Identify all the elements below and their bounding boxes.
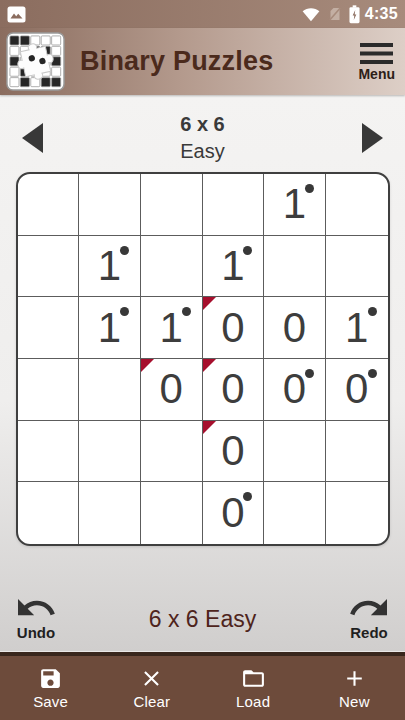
cell-r5c3[interactable] [141,421,203,483]
cell-r1c2[interactable] [79,174,141,236]
error-corner-icon [203,421,216,434]
cell-r4c3[interactable]: 0 [141,359,203,421]
menu-button[interactable]: Menu [354,40,399,84]
next-puzzle-arrow-icon[interactable] [362,123,383,153]
given-dot-icon [243,246,252,255]
cell-r6c6[interactable] [326,482,388,544]
cell-r1c3[interactable] [141,174,203,236]
cell-r3c3[interactable]: 1 [141,297,203,359]
app-window: 4:35 Binary Puzzles Menu [0,0,405,720]
cell-r5c6[interactable] [326,421,388,483]
cell-r5c1[interactable] [18,421,80,483]
save-icon [38,666,63,691]
save-label: Save [33,693,68,710]
cell-r6c2[interactable] [79,482,141,544]
current-puzzle-label: 6 x 6 Easy [67,606,338,641]
cell-digit: 0 [283,307,306,349]
clear-icon [139,666,164,691]
load-button[interactable]: Load [203,656,304,720]
cell-r1c6[interactable] [326,174,388,236]
redo-button[interactable]: Redo [338,590,400,641]
undo-redo-row: Undo 6 x 6 Easy Redo [0,590,405,651]
cell-r2c2[interactable]: 1 [79,236,141,298]
picture-icon [7,6,26,23]
cell-r5c2[interactable] [79,421,141,483]
cell-digit: 0 [221,307,244,349]
main-area: 6 x 6 Easy 11111001000000 Undo 6 x 6 Eas… [0,95,405,651]
cell-digit: 0 [221,368,244,410]
error-corner-icon [203,359,216,372]
cell-r2c1[interactable] [18,236,80,298]
given-dot-icon [368,307,377,316]
cell-r4c6[interactable]: 0 [326,359,388,421]
cell-digit: 1 [345,307,368,349]
cell-r5c5[interactable] [264,421,326,483]
cell-r1c5[interactable]: 1 [264,174,326,236]
given-dot-icon [243,492,252,501]
error-corner-icon [203,297,216,310]
cell-digit: 0 [221,492,244,534]
error-corner-icon [141,359,154,372]
menu-label: Menu [358,66,395,82]
new-icon [342,666,367,691]
cell-r2c5[interactable] [264,236,326,298]
bottom-toolbar: Save Clear Load New [0,656,405,720]
page-title: Binary Puzzles [80,46,273,77]
cell-r4c5[interactable]: 0 [264,359,326,421]
cell-r6c5[interactable] [264,482,326,544]
cell-r2c3[interactable] [141,236,203,298]
load-label: Load [236,693,270,710]
cell-r2c6[interactable] [326,236,388,298]
load-icon [241,666,266,691]
cell-r3c5[interactable]: 0 [264,297,326,359]
battery-charging-icon [349,5,360,24]
undo-label: Undo [17,624,55,641]
cell-r6c3[interactable] [141,482,203,544]
cell-r3c1[interactable] [18,297,80,359]
given-dot-icon [305,184,314,193]
redo-label: Redo [350,624,388,641]
cell-r1c4[interactable] [203,174,265,236]
puzzle-difficulty-label: Easy [43,138,362,165]
cell-r4c4[interactable]: 0 [203,359,265,421]
puzzle-selector: 6 x 6 Easy [0,95,405,165]
board: 11111001000000 [18,174,388,544]
given-dot-icon [120,246,129,255]
cell-digit: 0 [345,368,368,410]
given-dot-icon [182,307,191,316]
app-logo-icon [6,32,65,91]
clear-button[interactable]: Clear [101,656,202,720]
no-sim-icon [326,5,344,23]
cell-digit: 1 [98,245,121,287]
wifi-icon [301,6,321,22]
given-dot-icon [305,369,314,378]
new-label: New [339,693,370,710]
puzzle-size-label: 6 x 6 [43,111,362,138]
board-frame: 11111001000000 [16,172,390,546]
given-dot-icon [120,307,129,316]
clock: 4:35 [365,5,398,23]
cell-digit: 1 [221,245,244,287]
cell-r3c4[interactable]: 0 [203,297,265,359]
hamburger-icon [360,42,393,65]
status-bar: 4:35 [0,0,405,28]
cell-digit: 0 [221,430,244,472]
undo-button[interactable]: Undo [5,590,67,641]
new-button[interactable]: New [304,656,405,720]
redo-icon [346,590,392,626]
cell-r1c1[interactable] [18,174,80,236]
cell-digit: 1 [159,307,182,349]
cell-r6c1[interactable] [18,482,80,544]
cell-digit: 1 [98,307,121,349]
save-button[interactable]: Save [0,656,101,720]
cell-r4c1[interactable] [18,359,80,421]
puzzle-info: 6 x 6 Easy [43,111,362,165]
cell-digit: 0 [159,368,182,410]
given-dot-icon [368,369,377,378]
cell-r6c4[interactable]: 0 [203,482,265,544]
cell-r4c2[interactable] [79,359,141,421]
clear-label: Clear [133,693,170,710]
cell-digit: 1 [283,183,306,225]
cell-r3c2[interactable]: 1 [79,297,141,359]
previous-puzzle-arrow-icon[interactable] [22,123,43,153]
cell-r5c4[interactable]: 0 [203,421,265,483]
undo-icon [13,590,59,626]
cell-r3c6[interactable]: 1 [326,297,388,359]
app-header: Binary Puzzles Menu [0,28,405,95]
cell-digit: 0 [283,368,306,410]
cell-r2c4[interactable]: 1 [203,236,265,298]
